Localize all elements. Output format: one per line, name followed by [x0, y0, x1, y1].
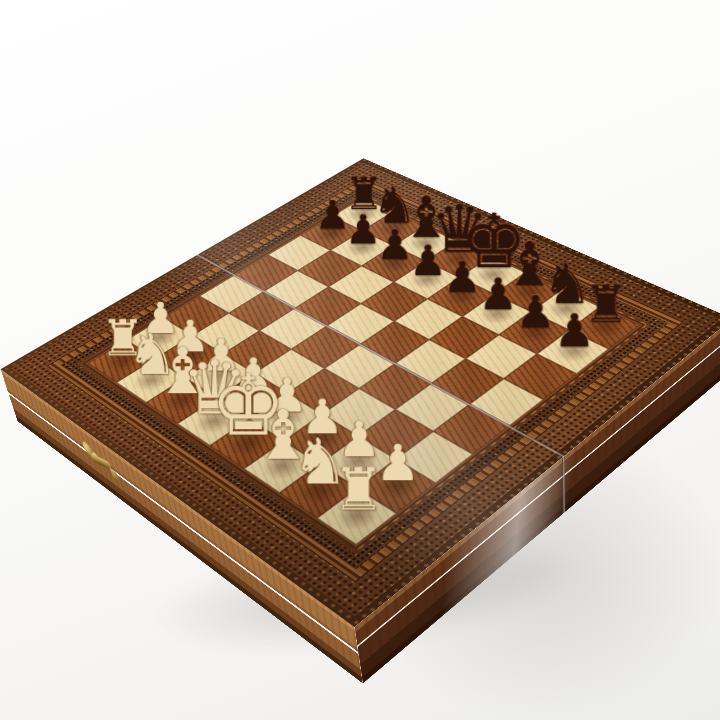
black-pawn-glyph: ♟ [515, 290, 555, 334]
perspective-stage: ♜♞♝♛♚♝♞♜♟♟♟♟♟♟♟♟♟♟♟♟♟♟♟♟♜♞♝♛♚♝♞♜ [0, 0, 720, 720]
black-pawn-glyph: ♟ [554, 308, 595, 353]
wooden-chess-box: ♜♞♝♛♚♝♞♜♟♟♟♟♟♟♟♟♟♟♟♟♟♟♟♟♜♞♝♛♚♝♞♜ [1, 158, 720, 627]
clasp-arm [90, 453, 113, 471]
white-rook-glyph: ♜ [332, 461, 384, 519]
product-photo-scene: ♜♞♝♛♚♝♞♜♟♟♟♟♟♟♟♟♟♟♟♟♟♟♟♟♜♞♝♛♚♝♞♜ [0, 0, 720, 720]
box-halves-seam [562, 455, 565, 514]
clasp-hook [109, 467, 120, 483]
